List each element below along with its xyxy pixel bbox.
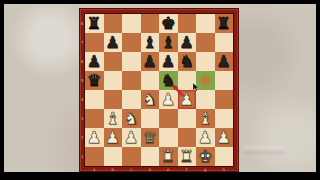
piece-black-b-d7[interactable]: ♝ [141, 33, 160, 52]
square-f6[interactable]: ♞ [178, 52, 197, 71]
square-g3[interactable]: ♝ [196, 109, 215, 128]
square-g2[interactable]: ♟ [196, 128, 215, 147]
piece-white-n-d4[interactable]: ♞ [141, 90, 160, 109]
square-d3[interactable] [141, 109, 160, 128]
square-d7[interactable]: ♝ [141, 33, 160, 52]
square-h3[interactable] [215, 109, 234, 128]
piece-white-n-c3[interactable]: ♞ [122, 109, 141, 128]
piece-white-q-d2[interactable]: ♛ [141, 128, 160, 147]
square-h7[interactable] [215, 33, 234, 52]
file-label-f: f [178, 166, 197, 173]
square-e1[interactable]: ♜ [159, 147, 178, 166]
square-c4[interactable] [122, 90, 141, 109]
piece-black-n-e5[interactable]: ♞ [159, 71, 178, 90]
square-e2[interactable] [159, 128, 178, 147]
square-g6[interactable] [196, 52, 215, 71]
piece-black-p-h6[interactable]: ♟ [215, 52, 234, 71]
piece-black-q-a5[interactable]: ♛ [85, 71, 104, 90]
square-h4[interactable] [215, 90, 234, 109]
hint-dot-marker [199, 74, 212, 87]
square-f7[interactable]: ♟ [178, 33, 197, 52]
square-a2[interactable]: ♟ [85, 128, 104, 147]
square-a8[interactable]: ♜ [85, 14, 104, 33]
square-c1[interactable] [122, 147, 141, 166]
square-c5[interactable] [122, 71, 141, 90]
square-f8[interactable] [178, 14, 197, 33]
square-c2[interactable]: ♟ [122, 128, 141, 147]
piece-white-p-c2[interactable]: ♟ [122, 128, 141, 147]
square-a3[interactable] [85, 109, 104, 128]
piece-white-p-a2[interactable]: ♟ [85, 128, 104, 147]
video-frame: 87654321 abcdefgh ♜♚♜♟♝♝♟♟♟♟♞♟♛♞♞♟♟♝♞♝♟♟… [0, 0, 320, 180]
square-e6[interactable]: ♟ [159, 52, 178, 71]
piece-black-p-e6[interactable]: ♟ [159, 52, 178, 71]
file-label-g: g [196, 166, 215, 173]
square-g5[interactable] [196, 71, 215, 90]
piece-black-r-h8[interactable]: ♜ [215, 14, 234, 33]
square-a7[interactable] [85, 33, 104, 52]
square-c8[interactable] [122, 14, 141, 33]
chess-board-frame: 87654321 abcdefgh ♜♚♜♟♝♝♟♟♟♟♞♟♛♞♞♟♟♝♞♝♟♟… [79, 8, 240, 173]
square-h1[interactable] [215, 147, 234, 166]
square-b3[interactable]: ♝ [104, 109, 123, 128]
piece-white-p-g2[interactable]: ♟ [196, 128, 215, 147]
square-e3[interactable] [159, 109, 178, 128]
square-e7[interactable]: ♝ [159, 33, 178, 52]
square-a6[interactable]: ♟ [85, 52, 104, 71]
square-b1[interactable] [104, 147, 123, 166]
square-d6[interactable]: ♟ [141, 52, 160, 71]
file-label-c: c [122, 166, 141, 173]
watermark-smudge [243, 146, 285, 157]
square-b8[interactable] [104, 14, 123, 33]
piece-black-k-e8[interactable]: ♚ [159, 14, 178, 33]
square-b7[interactable]: ♟ [104, 33, 123, 52]
square-c6[interactable] [122, 52, 141, 71]
piece-black-p-f7[interactable]: ♟ [178, 33, 197, 52]
square-g1[interactable]: ♚ [196, 147, 215, 166]
square-h2[interactable]: ♟ [215, 128, 234, 147]
square-d4[interactable]: ♞ [141, 90, 160, 109]
piece-white-r-f1[interactable]: ♜ [178, 147, 197, 166]
piece-white-p-e4[interactable]: ♟ [159, 90, 178, 109]
piece-black-n-f6[interactable]: ♞ [178, 52, 197, 71]
square-e5[interactable]: ♞ [159, 71, 178, 90]
square-a4[interactable] [85, 90, 104, 109]
square-b6[interactable] [104, 52, 123, 71]
piece-white-b-b3[interactable]: ♝ [104, 109, 123, 128]
square-h8[interactable]: ♜ [215, 14, 234, 33]
file-labels: abcdefgh [85, 166, 233, 173]
square-e4[interactable]: ♟ [159, 90, 178, 109]
square-c7[interactable] [122, 33, 141, 52]
chess-board[interactable]: ♜♚♜♟♝♝♟♟♟♟♞♟♛♞♞♟♟♝♞♝♟♟♟♛♟♟♜♜♚ [85, 14, 233, 166]
square-g7[interactable] [196, 33, 215, 52]
piece-white-b-g3[interactable]: ♝ [196, 109, 215, 128]
file-label-h: h [215, 166, 234, 173]
square-d2[interactable]: ♛ [141, 128, 160, 147]
square-b5[interactable] [104, 71, 123, 90]
piece-black-p-a6[interactable]: ♟ [85, 52, 104, 71]
piece-white-p-h2[interactable]: ♟ [215, 128, 234, 147]
square-g4[interactable] [196, 90, 215, 109]
square-d5[interactable] [141, 71, 160, 90]
square-d1[interactable] [141, 147, 160, 166]
piece-black-b-e7[interactable]: ♝ [159, 33, 178, 52]
square-h6[interactable]: ♟ [215, 52, 234, 71]
square-a1[interactable] [85, 147, 104, 166]
square-f4[interactable]: ♟ [178, 90, 197, 109]
piece-white-r-e1[interactable]: ♜ [159, 147, 178, 166]
file-label-d: d [141, 166, 160, 173]
piece-black-p-d6[interactable]: ♟ [141, 52, 160, 71]
square-b2[interactable]: ♟ [104, 128, 123, 147]
square-a5[interactable]: ♛ [85, 71, 104, 90]
piece-white-p-b2[interactable]: ♟ [104, 128, 123, 147]
piece-white-p-f4[interactable]: ♟ [178, 90, 197, 109]
piece-black-p-b7[interactable]: ♟ [104, 33, 123, 52]
square-f1[interactable]: ♜ [178, 147, 197, 166]
file-label-e: e [159, 166, 178, 173]
square-d8[interactable] [141, 14, 160, 33]
square-f2[interactable] [178, 128, 197, 147]
square-f5[interactable] [178, 71, 197, 90]
file-label-b: b [104, 166, 123, 173]
square-b4[interactable] [104, 90, 123, 109]
piece-black-r-a8[interactable]: ♜ [85, 14, 104, 33]
square-e8[interactable]: ♚ [159, 14, 178, 33]
file-label-a: a [85, 166, 104, 173]
square-c3[interactable]: ♞ [122, 109, 141, 128]
square-f3[interactable] [178, 109, 197, 128]
square-h5[interactable] [215, 71, 234, 90]
piece-white-k-g1[interactable]: ♚ [196, 147, 215, 166]
square-g8[interactable] [196, 14, 215, 33]
